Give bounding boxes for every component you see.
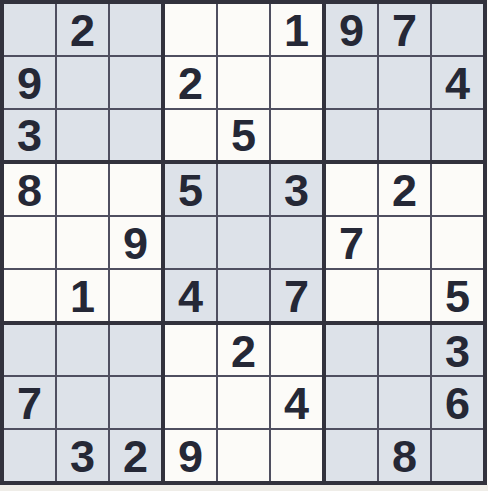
cell-r3c9[interactable] xyxy=(432,110,483,161)
given-digit: 3 xyxy=(17,113,42,158)
cell-r7c1[interactable] xyxy=(4,325,55,376)
cell-r8c4[interactable] xyxy=(165,377,216,428)
given-digit: 7 xyxy=(339,221,364,266)
cell-r4c7[interactable] xyxy=(326,164,377,215)
cell-r3c4[interactable] xyxy=(165,110,216,161)
sudoku-board: 2931259748915347275732249368 xyxy=(0,0,487,485)
block-4: 5347 xyxy=(165,164,322,320)
cell-r5c6[interactable] xyxy=(271,217,322,268)
cell-r6c7[interactable] xyxy=(326,270,377,321)
cell-r4c4[interactable]: 5 xyxy=(165,164,216,215)
cell-r7c5[interactable]: 2 xyxy=(218,325,269,376)
page-margin-strip xyxy=(0,485,488,491)
cell-r3c8[interactable] xyxy=(379,110,430,161)
cell-r9c5[interactable] xyxy=(218,430,269,481)
cell-r6c5[interactable] xyxy=(218,270,269,321)
cell-r7c3[interactable] xyxy=(110,325,161,376)
given-digit: 9 xyxy=(17,61,42,106)
cell-r7c6[interactable] xyxy=(271,325,322,376)
cell-r4c6[interactable]: 3 xyxy=(271,164,322,215)
cell-r1c9[interactable] xyxy=(432,4,483,55)
cell-r7c4[interactable] xyxy=(165,325,216,376)
cell-r4c5[interactable] xyxy=(218,164,269,215)
cell-r6c2[interactable]: 1 xyxy=(57,270,108,321)
cell-r2c4[interactable]: 2 xyxy=(165,57,216,108)
given-digit: 5 xyxy=(445,274,470,319)
cell-r8c6[interactable]: 4 xyxy=(271,377,322,428)
given-digit: 3 xyxy=(284,168,309,213)
cell-r3c7[interactable] xyxy=(326,110,377,161)
given-digit: 3 xyxy=(445,329,470,374)
given-digit: 1 xyxy=(284,8,309,53)
cell-r2c8[interactable] xyxy=(379,57,430,108)
cell-r4c9[interactable] xyxy=(432,164,483,215)
cell-r8c1[interactable]: 7 xyxy=(4,377,55,428)
block-7: 249 xyxy=(165,325,322,481)
given-digit: 9 xyxy=(339,8,364,53)
cell-r6c6[interactable]: 7 xyxy=(271,270,322,321)
cell-r8c9[interactable]: 6 xyxy=(432,377,483,428)
cell-r1c6[interactable]: 1 xyxy=(271,4,322,55)
given-digit: 9 xyxy=(178,434,203,479)
given-digit: 7 xyxy=(392,8,417,53)
cell-r5c8[interactable] xyxy=(379,217,430,268)
cell-r8c8[interactable] xyxy=(379,377,430,428)
cell-r7c2[interactable] xyxy=(57,325,108,376)
cell-r3c6[interactable] xyxy=(271,110,322,161)
cell-r3c2[interactable] xyxy=(57,110,108,161)
cell-r4c1[interactable]: 8 xyxy=(4,164,55,215)
given-digit: 5 xyxy=(178,168,203,213)
cell-r5c7[interactable]: 7 xyxy=(326,217,377,268)
given-digit: 2 xyxy=(392,168,417,213)
cell-r2c6[interactable] xyxy=(271,57,322,108)
cell-r8c5[interactable] xyxy=(218,377,269,428)
given-digit: 2 xyxy=(123,434,148,479)
cell-r8c7[interactable] xyxy=(326,377,377,428)
cell-r9c8[interactable]: 8 xyxy=(379,430,430,481)
cell-r1c5[interactable] xyxy=(218,4,269,55)
cell-r1c3[interactable] xyxy=(110,4,161,55)
given-digit: 5 xyxy=(231,113,256,158)
cell-r9c7[interactable] xyxy=(326,430,377,481)
cell-r5c3[interactable]: 9 xyxy=(110,217,161,268)
given-digit: 2 xyxy=(231,329,256,374)
block-5: 275 xyxy=(326,164,483,320)
cell-r2c5[interactable] xyxy=(218,57,269,108)
cell-r6c1[interactable] xyxy=(4,270,55,321)
cell-r5c5[interactable] xyxy=(218,217,269,268)
cell-r4c2[interactable] xyxy=(57,164,108,215)
cell-r1c8[interactable]: 7 xyxy=(379,4,430,55)
cell-r1c1[interactable] xyxy=(4,4,55,55)
cell-r6c8[interactable] xyxy=(379,270,430,321)
given-digit: 4 xyxy=(178,274,203,319)
cell-r3c1[interactable]: 3 xyxy=(4,110,55,161)
cell-r9c9[interactable] xyxy=(432,430,483,481)
given-digit: 4 xyxy=(445,61,470,106)
block-2: 974 xyxy=(326,4,483,160)
cell-r1c4[interactable] xyxy=(165,4,216,55)
block-8: 368 xyxy=(326,325,483,481)
given-digit: 1 xyxy=(70,274,95,319)
given-digit: 2 xyxy=(70,8,95,53)
given-digit: 7 xyxy=(284,274,309,319)
cell-r6c4[interactable]: 4 xyxy=(165,270,216,321)
cell-r8c2[interactable] xyxy=(57,377,108,428)
cell-r6c9[interactable]: 5 xyxy=(432,270,483,321)
cell-r7c9[interactable]: 3 xyxy=(432,325,483,376)
cell-r8c3[interactable] xyxy=(110,377,161,428)
given-digit: 8 xyxy=(17,168,42,213)
cell-r7c8[interactable] xyxy=(379,325,430,376)
block-3: 891 xyxy=(4,164,161,320)
cell-r2c9[interactable]: 4 xyxy=(432,57,483,108)
given-digit: 2 xyxy=(178,61,203,106)
cell-r5c4[interactable] xyxy=(165,217,216,268)
block-1: 125 xyxy=(165,4,322,160)
cell-r3c3[interactable] xyxy=(110,110,161,161)
cell-r2c3[interactable] xyxy=(110,57,161,108)
cell-r5c1[interactable] xyxy=(4,217,55,268)
given-digit: 8 xyxy=(392,434,417,479)
cell-r9c1[interactable] xyxy=(4,430,55,481)
block-0: 293 xyxy=(4,4,161,160)
given-digit: 7 xyxy=(17,381,42,426)
block-6: 732 xyxy=(4,325,161,481)
cell-r6c3[interactable] xyxy=(110,270,161,321)
cell-r5c2[interactable] xyxy=(57,217,108,268)
cell-r9c6[interactable] xyxy=(271,430,322,481)
cell-r9c2[interactable]: 3 xyxy=(57,430,108,481)
cell-r2c2[interactable] xyxy=(57,57,108,108)
given-digit: 9 xyxy=(123,221,148,266)
cell-r2c1[interactable]: 9 xyxy=(4,57,55,108)
given-digit: 6 xyxy=(445,381,470,426)
cell-r9c3[interactable]: 2 xyxy=(110,430,161,481)
cell-r1c7[interactable]: 9 xyxy=(326,4,377,55)
given-digit: 3 xyxy=(70,434,95,479)
cell-r5c9[interactable] xyxy=(432,217,483,268)
given-digit: 4 xyxy=(284,381,309,426)
cell-r1c2[interactable]: 2 xyxy=(57,4,108,55)
cell-r2c7[interactable] xyxy=(326,57,377,108)
cell-r4c3[interactable] xyxy=(110,164,161,215)
cell-r3c5[interactable]: 5 xyxy=(218,110,269,161)
cell-r4c8[interactable]: 2 xyxy=(379,164,430,215)
cell-r9c4[interactable]: 9 xyxy=(165,430,216,481)
cell-r7c7[interactable] xyxy=(326,325,377,376)
